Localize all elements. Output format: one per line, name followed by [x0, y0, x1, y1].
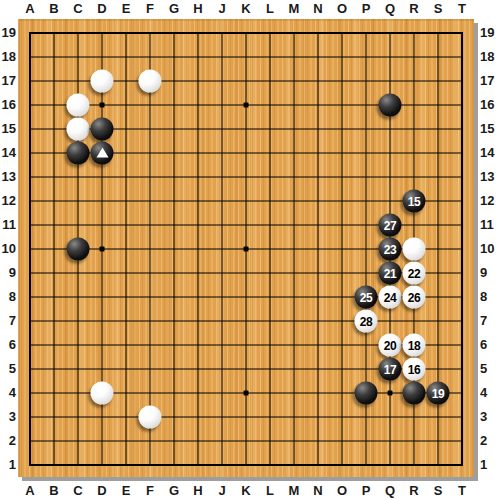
column-label-bottom-F: F [138, 482, 162, 499]
stone-black-Q9: 21 [379, 262, 402, 285]
row-label-left-6: 6 [0, 337, 16, 353]
column-label-top-T: T [450, 0, 474, 17]
column-label-top-F: F [138, 0, 162, 17]
column-label-bottom-T: T [450, 482, 474, 499]
stone-black-D15 [91, 118, 114, 141]
column-label-bottom-P: P [354, 482, 378, 499]
stone-white-R6: 18 [403, 334, 426, 357]
row-label-left-18: 18 [0, 49, 16, 65]
stone-white-C15 [67, 118, 90, 141]
row-label-left-16: 16 [0, 97, 16, 113]
row-label-right-13: 13 [480, 169, 500, 185]
row-label-right-17: 17 [480, 73, 500, 89]
row-label-right-1: 1 [480, 457, 500, 473]
column-label-top-H: H [186, 0, 210, 17]
column-label-top-S: S [426, 0, 450, 17]
row-label-right-10: 10 [480, 241, 500, 257]
stone-white-R10 [403, 238, 426, 261]
star-point-D16 [100, 103, 105, 108]
row-label-left-9: 9 [0, 265, 16, 281]
row-label-left-3: 3 [0, 409, 16, 425]
stone-white-Q8: 24 [379, 286, 402, 309]
column-label-bottom-E: E [114, 482, 138, 499]
column-label-bottom-Q: Q [378, 482, 402, 499]
stone-white-Q6: 20 [379, 334, 402, 357]
stone-black-D14 [91, 142, 114, 165]
column-label-bottom-J: J [210, 482, 234, 499]
star-point-Q4 [388, 391, 393, 396]
move-number: 21 [384, 267, 396, 279]
row-label-left-2: 2 [0, 433, 16, 449]
column-label-bottom-L: L [258, 482, 282, 499]
column-label-top-A: A [18, 0, 42, 17]
row-label-left-5: 5 [0, 361, 16, 377]
row-label-right-15: 15 [480, 121, 500, 137]
row-label-right-4: 4 [480, 385, 500, 401]
triangle-marker-icon [96, 148, 108, 158]
row-label-right-2: 2 [480, 433, 500, 449]
row-label-right-9: 9 [480, 265, 500, 281]
star-point-K4 [244, 391, 249, 396]
row-label-left-12: 12 [0, 193, 16, 209]
stone-white-D4 [91, 382, 114, 405]
stone-black-R4 [403, 382, 426, 405]
move-number: 28 [360, 315, 372, 327]
move-number: 26 [408, 291, 420, 303]
column-label-top-Q: Q [378, 0, 402, 17]
column-label-top-N: N [306, 0, 330, 17]
move-number: 22 [408, 267, 420, 279]
column-label-bottom-O: O [330, 482, 354, 499]
column-label-top-E: E [114, 0, 138, 17]
star-point-K16 [244, 103, 249, 108]
row-label-left-13: 13 [0, 169, 16, 185]
column-label-bottom-N: N [306, 482, 330, 499]
column-label-bottom-A: A [18, 482, 42, 499]
row-label-left-8: 8 [0, 289, 16, 305]
move-number: 27 [384, 219, 396, 231]
row-label-right-16: 16 [480, 97, 500, 113]
stone-white-R8: 26 [403, 286, 426, 309]
row-label-right-12: 12 [480, 193, 500, 209]
move-number: 16 [408, 363, 420, 375]
column-label-bottom-R: R [402, 482, 426, 499]
move-number: 24 [384, 291, 396, 303]
column-label-top-P: P [354, 0, 378, 17]
move-number: 15 [408, 195, 420, 207]
stone-white-R9: 22 [403, 262, 426, 285]
stone-white-P7: 28 [355, 310, 378, 333]
row-label-left-15: 15 [0, 121, 16, 137]
row-label-right-11: 11 [480, 217, 500, 233]
move-number: 19 [432, 387, 444, 399]
stone-white-F17 [139, 70, 162, 93]
stone-black-C14 [67, 142, 90, 165]
column-label-top-D: D [90, 0, 114, 17]
stone-white-R5: 16 [403, 358, 426, 381]
row-label-right-5: 5 [480, 361, 500, 377]
stone-black-C10 [67, 238, 90, 261]
stone-black-S4: 19 [427, 382, 450, 405]
stone-white-D17 [91, 70, 114, 93]
row-label-right-8: 8 [480, 289, 500, 305]
stone-white-C16 [67, 94, 90, 117]
stone-black-Q5: 17 [379, 358, 402, 381]
move-number: 23 [384, 243, 396, 255]
row-label-left-4: 4 [0, 385, 16, 401]
column-label-top-J: J [210, 0, 234, 17]
row-label-left-19: 19 [0, 25, 16, 41]
row-label-right-6: 6 [480, 337, 500, 353]
row-label-right-14: 14 [480, 145, 500, 161]
stone-black-Q16 [379, 94, 402, 117]
row-label-left-17: 17 [0, 73, 16, 89]
column-label-top-G: G [162, 0, 186, 17]
row-label-right-18: 18 [480, 49, 500, 65]
column-label-bottom-G: G [162, 482, 186, 499]
column-label-bottom-D: D [90, 482, 114, 499]
row-label-left-7: 7 [0, 313, 16, 329]
column-label-top-K: K [234, 0, 258, 17]
column-label-bottom-S: S [426, 482, 450, 499]
column-label-top-M: M [282, 0, 306, 17]
column-label-top-R: R [402, 0, 426, 17]
stone-white-F3 [139, 406, 162, 429]
row-label-left-14: 14 [0, 145, 16, 161]
column-label-top-L: L [258, 0, 282, 17]
row-label-left-11: 11 [0, 217, 16, 233]
column-label-top-O: O [330, 0, 354, 17]
stone-black-P8: 25 [355, 286, 378, 309]
stone-black-P4 [355, 382, 378, 405]
move-number: 20 [384, 339, 396, 351]
row-label-right-7: 7 [480, 313, 500, 329]
move-number: 18 [408, 339, 420, 351]
column-label-bottom-C: C [66, 482, 90, 499]
column-label-top-B: B [42, 0, 66, 17]
star-point-K10 [244, 247, 249, 252]
column-label-bottom-B: B [42, 482, 66, 499]
row-label-right-19: 19 [480, 25, 500, 41]
column-label-bottom-M: M [282, 482, 306, 499]
move-number: 17 [384, 363, 396, 375]
column-label-bottom-K: K [234, 482, 258, 499]
column-label-top-C: C [66, 0, 90, 17]
stone-black-Q11: 27 [379, 214, 402, 237]
column-label-bottom-H: H [186, 482, 210, 499]
go-board[interactable]: 1527232122252426282018171619 [18, 19, 474, 477]
row-label-left-1: 1 [0, 457, 16, 473]
row-label-right-3: 3 [480, 409, 500, 425]
star-point-D10 [100, 247, 105, 252]
move-number: 25 [360, 291, 372, 303]
go-diagram: 1527232122252426282018171619 AABBCCDDEEF… [0, 0, 500, 500]
stone-black-Q10: 23 [379, 238, 402, 261]
stone-black-R12: 15 [403, 190, 426, 213]
row-label-left-10: 10 [0, 241, 16, 257]
